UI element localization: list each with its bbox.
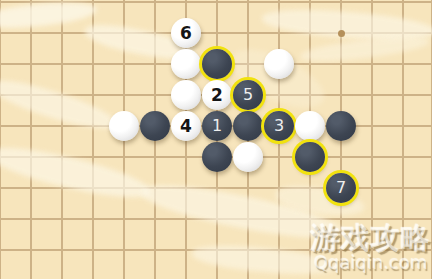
smudge bbox=[139, 177, 346, 248]
watermark-title: 游戏攻略 bbox=[311, 223, 431, 253]
stone-white bbox=[171, 80, 201, 110]
stone-white-move-4: 4 bbox=[171, 111, 201, 141]
stone-number: 4 bbox=[180, 118, 192, 135]
smudge bbox=[0, 73, 121, 136]
smudge bbox=[261, 6, 432, 44]
smudge bbox=[0, 140, 154, 206]
stone-black-move-1: 1 bbox=[202, 111, 232, 141]
stone-white bbox=[295, 111, 325, 141]
stone-white-move-2: 2 bbox=[202, 80, 232, 110]
stone-white-move-6: 6 bbox=[171, 18, 201, 48]
smudge bbox=[191, 242, 338, 279]
stone-number: 1 bbox=[212, 118, 222, 134]
stone-black-move-3: 3 bbox=[264, 111, 294, 141]
star-point bbox=[338, 30, 345, 37]
stone-black bbox=[233, 111, 263, 141]
smudge bbox=[299, 32, 430, 66]
stone-number: 3 bbox=[274, 118, 284, 134]
stone-number: 7 bbox=[336, 180, 346, 196]
stone-number: 6 bbox=[180, 25, 192, 42]
stone-black bbox=[202, 142, 232, 172]
gomoku-board[interactable]: 6254137 游戏攻略 Qqaiqin.com bbox=[0, 0, 432, 279]
stone-black bbox=[140, 111, 170, 141]
stone-white bbox=[233, 142, 263, 172]
stone-black-move-7: 7 bbox=[326, 173, 356, 203]
stone-black bbox=[326, 111, 356, 141]
stone-black bbox=[202, 49, 232, 79]
stone-white bbox=[264, 49, 294, 79]
stone-black bbox=[295, 142, 325, 172]
stone-white bbox=[109, 111, 139, 141]
stone-black-move-5: 5 bbox=[233, 80, 263, 110]
stone-number: 2 bbox=[211, 87, 223, 104]
watermark: 游戏攻略 Qqaiqin.com bbox=[311, 223, 431, 273]
stone-number: 5 bbox=[243, 87, 253, 103]
stone-white bbox=[171, 49, 201, 79]
watermark-site: Qqaiqin.com bbox=[311, 253, 431, 273]
smudge bbox=[0, 0, 98, 32]
